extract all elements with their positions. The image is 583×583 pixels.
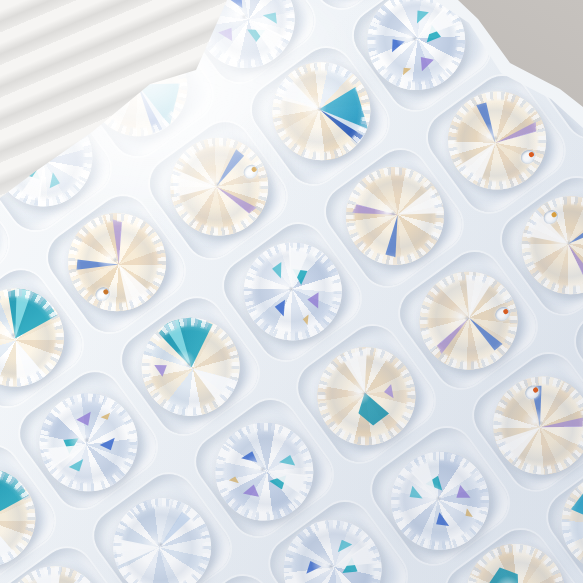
facet-accent — [232, 231, 353, 352]
hole-glint — [503, 308, 510, 315]
hole-glint — [532, 386, 539, 393]
hole-glint — [550, 211, 557, 218]
hole-glint — [250, 165, 257, 172]
hole-glint — [528, 151, 535, 158]
photo-scene — [0, 0, 583, 583]
crystal-facets — [232, 231, 353, 352]
hole-glint — [103, 288, 110, 295]
